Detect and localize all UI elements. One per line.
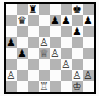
square-f3[interactable]: ♙	[61, 59, 72, 70]
square-g4[interactable]	[72, 48, 83, 59]
square-b4[interactable]: ♟	[17, 48, 28, 59]
square-f4[interactable]	[61, 48, 72, 59]
square-g1[interactable]: ♔	[72, 81, 83, 92]
piece-white-rook[interactable]: ♖	[39, 81, 48, 92]
square-f1[interactable]	[61, 81, 72, 92]
page: ♜♚♛♟♟♟♟♟♙♟♕♙♙♙♙♙♖♔	[0, 0, 99, 96]
piece-black-pawn[interactable]: ♟	[17, 48, 26, 59]
square-d1[interactable]: ♖	[39, 81, 50, 92]
piece-white-pawn[interactable]: ♙	[83, 70, 92, 81]
square-e5[interactable]	[50, 37, 61, 48]
piece-black-king[interactable]: ♚	[72, 4, 81, 15]
piece-white-pawn[interactable]: ♙	[6, 70, 15, 81]
square-b6[interactable]	[17, 26, 28, 37]
square-e6[interactable]	[50, 26, 61, 37]
square-a4[interactable]	[6, 48, 17, 59]
square-f5[interactable]	[61, 37, 72, 48]
square-c1[interactable]	[28, 81, 39, 92]
square-c7[interactable]	[28, 15, 39, 26]
square-f6[interactable]	[61, 26, 72, 37]
square-d8[interactable]	[39, 4, 50, 15]
square-b3[interactable]	[17, 59, 28, 70]
piece-white-queen[interactable]: ♕	[39, 48, 48, 59]
piece-black-pawn[interactable]: ♟	[72, 26, 81, 37]
board-frame: ♜♚♛♟♟♟♟♟♙♟♕♙♙♙♙♙♖♔	[4, 2, 96, 94]
square-a5[interactable]: ♟	[6, 37, 17, 48]
square-g3[interactable]	[72, 59, 83, 70]
square-f7[interactable]: ♟	[61, 15, 72, 26]
square-b7[interactable]: ♛	[17, 15, 28, 26]
square-g7[interactable]	[72, 15, 83, 26]
square-c4[interactable]	[28, 48, 39, 59]
square-c5[interactable]	[28, 37, 39, 48]
square-e8[interactable]	[50, 4, 61, 15]
piece-black-rook[interactable]: ♜	[28, 4, 37, 15]
square-d3[interactable]	[39, 59, 50, 70]
piece-black-pawn[interactable]: ♟	[83, 15, 92, 26]
square-a7[interactable]	[6, 15, 17, 26]
square-c2[interactable]	[28, 70, 39, 81]
square-a1[interactable]	[6, 81, 17, 92]
square-c3[interactable]	[28, 59, 39, 70]
piece-white-king[interactable]: ♔	[72, 81, 81, 92]
piece-black-pawn[interactable]: ♟	[50, 15, 59, 26]
square-a6[interactable]	[6, 26, 17, 37]
square-d4[interactable]: ♕	[39, 48, 50, 59]
square-d5[interactable]: ♙	[39, 37, 50, 48]
piece-black-pawn[interactable]: ♟	[61, 15, 70, 26]
square-b2[interactable]	[17, 70, 28, 81]
piece-white-pawn[interactable]: ♙	[61, 59, 70, 70]
square-b5[interactable]	[17, 37, 28, 48]
square-h3[interactable]	[83, 59, 94, 70]
square-a2[interactable]: ♙	[6, 70, 17, 81]
square-g8[interactable]: ♚	[72, 4, 83, 15]
square-h4[interactable]	[83, 48, 94, 59]
square-e2[interactable]	[50, 70, 61, 81]
piece-black-pawn[interactable]: ♟	[6, 37, 15, 48]
piece-white-pawn[interactable]: ♙	[39, 37, 48, 48]
square-e1[interactable]	[50, 81, 61, 92]
square-d2[interactable]	[39, 70, 50, 81]
square-e4[interactable]: ♙	[50, 48, 61, 59]
piece-black-queen[interactable]: ♛	[17, 15, 26, 26]
square-d7[interactable]	[39, 15, 50, 26]
square-h2[interactable]: ♙	[83, 70, 94, 81]
square-a3[interactable]	[6, 59, 17, 70]
chess-board: ♜♚♛♟♟♟♟♟♙♟♕♙♙♙♙♙♖♔	[6, 4, 94, 92]
square-h1[interactable]	[83, 81, 94, 92]
square-b1[interactable]	[17, 81, 28, 92]
square-h7[interactable]: ♟	[83, 15, 94, 26]
square-f2[interactable]	[61, 70, 72, 81]
square-c8[interactable]: ♜	[28, 4, 39, 15]
square-e7[interactable]: ♟	[50, 15, 61, 26]
square-g5[interactable]	[72, 37, 83, 48]
square-b8[interactable]	[17, 4, 28, 15]
square-e3[interactable]	[50, 59, 61, 70]
square-a8[interactable]	[6, 4, 17, 15]
square-g2[interactable]: ♙	[72, 70, 83, 81]
square-h6[interactable]	[83, 26, 94, 37]
square-f8[interactable]	[61, 4, 72, 15]
square-h5[interactable]	[83, 37, 94, 48]
square-h8[interactable]	[83, 4, 94, 15]
square-g6[interactable]: ♟	[72, 26, 83, 37]
piece-white-pawn[interactable]: ♙	[50, 48, 59, 59]
piece-white-pawn[interactable]: ♙	[72, 70, 81, 81]
square-c6[interactable]	[28, 26, 39, 37]
square-d6[interactable]	[39, 26, 50, 37]
